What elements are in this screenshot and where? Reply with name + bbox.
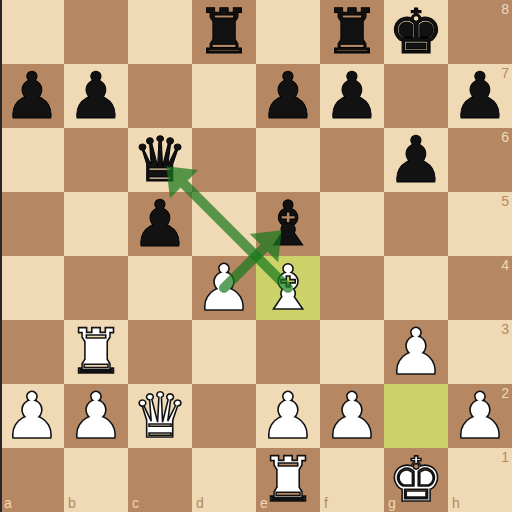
square-b3[interactable]: ♜ (64, 320, 128, 384)
piece-white-queen[interactable]: ♛ (132, 384, 188, 448)
file-label-f: f (324, 496, 328, 510)
piece-white-king[interactable]: ♚ (388, 448, 444, 512)
piece-white-pawn[interactable]: ♟ (3, 384, 60, 448)
square-e8[interactable] (256, 0, 320, 64)
piece-white-pawn[interactable]: ♟ (387, 320, 444, 384)
square-g2[interactable] (384, 384, 448, 448)
square-h6[interactable]: 6 (448, 128, 512, 192)
square-e4[interactable]: ♝ (256, 256, 320, 320)
square-g7[interactable] (384, 64, 448, 128)
square-c2[interactable]: ♛ (128, 384, 192, 448)
piece-black-king[interactable]: ♚ (388, 0, 444, 64)
square-g6[interactable]: ♟ (384, 128, 448, 192)
square-e5[interactable]: ♝ (256, 192, 320, 256)
chess-board[interactable]: ♜♜♚8♟♟♟♟♟7♛♟6♟♝5♟♝4♜♟3♟♟♛♟♟♟2abcd♜ef♚g1h (0, 0, 512, 512)
rank-label-4: 4 (501, 258, 509, 272)
square-h1[interactable]: 1h (448, 448, 512, 512)
piece-black-pawn[interactable]: ♟ (451, 64, 508, 128)
square-b8[interactable] (64, 0, 128, 64)
square-c7[interactable] (128, 64, 192, 128)
piece-black-rook[interactable]: ♜ (196, 0, 252, 64)
piece-white-bishop[interactable]: ♝ (260, 256, 316, 320)
square-f1[interactable]: f (320, 448, 384, 512)
piece-white-pawn[interactable]: ♟ (323, 384, 380, 448)
square-g5[interactable] (384, 192, 448, 256)
square-f8[interactable]: ♜ (320, 0, 384, 64)
file-label-d: d (196, 496, 204, 510)
square-g8[interactable]: ♚ (384, 0, 448, 64)
file-label-c: c (132, 496, 139, 510)
piece-black-pawn[interactable]: ♟ (259, 64, 316, 128)
square-a1[interactable]: a (0, 448, 64, 512)
piece-white-pawn[interactable]: ♟ (259, 384, 316, 448)
square-g1[interactable]: ♚g (384, 448, 448, 512)
square-c3[interactable] (128, 320, 192, 384)
square-e3[interactable] (256, 320, 320, 384)
square-b4[interactable] (64, 256, 128, 320)
square-h7[interactable]: ♟7 (448, 64, 512, 128)
square-c8[interactable] (128, 0, 192, 64)
piece-black-pawn[interactable]: ♟ (67, 64, 124, 128)
square-a3[interactable] (0, 320, 64, 384)
square-f6[interactable] (320, 128, 384, 192)
square-g4[interactable] (384, 256, 448, 320)
square-e6[interactable] (256, 128, 320, 192)
piece-white-pawn[interactable]: ♟ (451, 384, 508, 448)
square-e1[interactable]: ♜e (256, 448, 320, 512)
square-d1[interactable]: d (192, 448, 256, 512)
square-f5[interactable] (320, 192, 384, 256)
piece-black-rook[interactable]: ♜ (324, 0, 380, 64)
square-g3[interactable]: ♟ (384, 320, 448, 384)
piece-white-rook[interactable]: ♜ (260, 448, 316, 512)
square-a2[interactable]: ♟ (0, 384, 64, 448)
square-f7[interactable]: ♟ (320, 64, 384, 128)
screen-left-edge-line (0, 0, 2, 512)
piece-black-queen[interactable]: ♛ (132, 128, 188, 192)
square-f2[interactable]: ♟ (320, 384, 384, 448)
square-d2[interactable] (192, 384, 256, 448)
piece-black-pawn[interactable]: ♟ (323, 64, 380, 128)
piece-black-bishop[interactable]: ♝ (260, 192, 316, 256)
square-c5[interactable]: ♟ (128, 192, 192, 256)
square-h4[interactable]: 4 (448, 256, 512, 320)
piece-white-pawn[interactable]: ♟ (67, 384, 124, 448)
square-h5[interactable]: 5 (448, 192, 512, 256)
square-a4[interactable] (0, 256, 64, 320)
square-a5[interactable] (0, 192, 64, 256)
square-b6[interactable] (64, 128, 128, 192)
square-b5[interactable] (64, 192, 128, 256)
square-d8[interactable]: ♜ (192, 0, 256, 64)
square-b2[interactable]: ♟ (64, 384, 128, 448)
square-f3[interactable] (320, 320, 384, 384)
piece-white-rook[interactable]: ♜ (68, 320, 124, 384)
square-d6[interactable] (192, 128, 256, 192)
square-c1[interactable]: c (128, 448, 192, 512)
piece-black-pawn[interactable]: ♟ (387, 128, 444, 192)
rank-label-5: 5 (501, 194, 509, 208)
square-e2[interactable]: ♟ (256, 384, 320, 448)
square-h8[interactable]: 8 (448, 0, 512, 64)
square-b1[interactable]: b (64, 448, 128, 512)
square-c4[interactable] (128, 256, 192, 320)
square-d3[interactable] (192, 320, 256, 384)
rank-label-3: 3 (501, 322, 509, 336)
square-b7[interactable]: ♟ (64, 64, 128, 128)
square-a6[interactable] (0, 128, 64, 192)
file-label-b: b (68, 496, 76, 510)
piece-black-pawn[interactable]: ♟ (131, 192, 188, 256)
square-f4[interactable] (320, 256, 384, 320)
file-label-h: h (452, 496, 460, 510)
square-h2[interactable]: ♟2 (448, 384, 512, 448)
square-d7[interactable] (192, 64, 256, 128)
square-e7[interactable]: ♟ (256, 64, 320, 128)
square-d5[interactable] (192, 192, 256, 256)
square-a8[interactable] (0, 0, 64, 64)
square-d4[interactable]: ♟ (192, 256, 256, 320)
piece-white-pawn[interactable]: ♟ (195, 256, 252, 320)
file-label-a: a (4, 496, 12, 510)
square-h3[interactable]: 3 (448, 320, 512, 384)
piece-black-pawn[interactable]: ♟ (3, 64, 60, 128)
rank-label-8: 8 (501, 2, 509, 16)
square-a7[interactable]: ♟ (0, 64, 64, 128)
square-c6[interactable]: ♛ (128, 128, 192, 192)
